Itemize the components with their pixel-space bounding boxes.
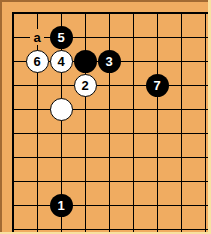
stone-black-move-7: 7 [146,74,169,97]
grid-line-vertical [85,12,86,234]
frame-top [0,0,211,2]
grid-line-horizontal [12,157,211,158]
grid-line-horizontal [12,181,211,182]
move-number: 7 [153,79,160,92]
grid-line-vertical [181,12,182,234]
grid-line-horizontal [12,12,211,14]
stone-black-move-5: 5 [50,26,73,49]
grid-line-horizontal [12,229,211,230]
frame-left [0,0,2,234]
stone-white-move-2: 2 [74,74,97,97]
grid-line-vertical [205,12,206,234]
move-number: 1 [57,199,64,212]
move-number: 5 [57,31,64,44]
frame-right [208,0,211,234]
grid-line-horizontal [12,109,211,110]
frame-bottom [0,232,211,234]
stone-black-move-3: 3 [98,50,121,73]
grid-line-horizontal [12,205,211,206]
grid-line-vertical [133,12,134,234]
move-number: 4 [57,55,64,68]
move-number: 2 [81,79,88,92]
grid-line-horizontal [12,85,211,86]
grid-line-vertical [37,12,38,234]
grid-line-vertical [157,12,158,234]
grid-line-vertical [12,12,14,234]
stone-black-setup [74,50,97,73]
stone-white-move-6: 6 [26,50,49,73]
move-number: 6 [33,55,40,68]
move-number: 3 [105,55,112,68]
go-board: 1234567a [0,0,211,234]
stone-white-move-4: 4 [50,50,73,73]
stone-white-setup [50,98,73,121]
grid-line-horizontal [12,133,211,134]
grid-line-vertical [109,12,110,234]
stone-black-move-1: 1 [50,194,73,217]
point-label-a: a [30,29,44,45]
